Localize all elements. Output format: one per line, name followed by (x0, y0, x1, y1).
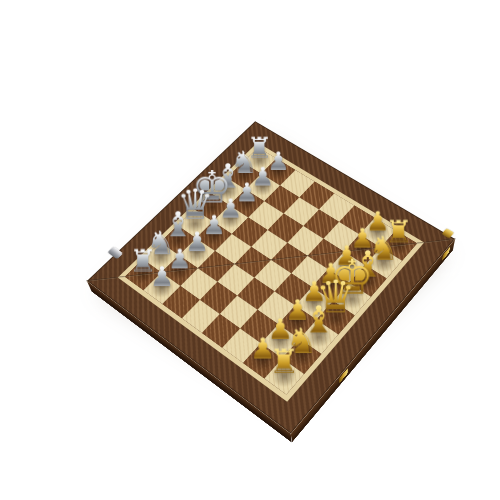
board-frame: ♜♟♟♜♞♟♟♞♝♟♟♝♚♟♟♚♛♟♟♛♝♟♟♝♞♟♟♞♜♟♟♜ (87, 121, 455, 434)
product-photo: ♜♟♟♜♞♟♟♞♝♟♟♝♚♟♟♚♛♟♟♛♝♟♟♝♞♟♟♞♜♟♟♜ (0, 0, 500, 500)
white-pawn: ♟ (136, 263, 189, 290)
square-a8: ♜ (264, 358, 304, 394)
square-f5 (287, 226, 323, 256)
chess-box: ♜♟♟♜♞♟♟♞♝♟♟♝♚♟♟♚♛♟♟♛♝♟♟♝♞♟♟♞♜♟♟♜ (87, 121, 455, 434)
playing-field: ♜♟♟♜♞♟♟♞♝♟♟♝♚♟♟♚♛♟♟♛♝♟♟♝♞♟♟♞♜♟♟♜ (118, 143, 424, 402)
chess-board: ♜♟♟♜♞♟♟♞♝♟♟♝♚♟♟♚♛♟♟♛♝♟♟♝♞♟♟♞♜♟♟♜ (125, 147, 417, 394)
black-rook: ♜ (256, 345, 312, 379)
brass-clasp-top (442, 228, 455, 238)
square-a2: ♟ (143, 272, 180, 304)
